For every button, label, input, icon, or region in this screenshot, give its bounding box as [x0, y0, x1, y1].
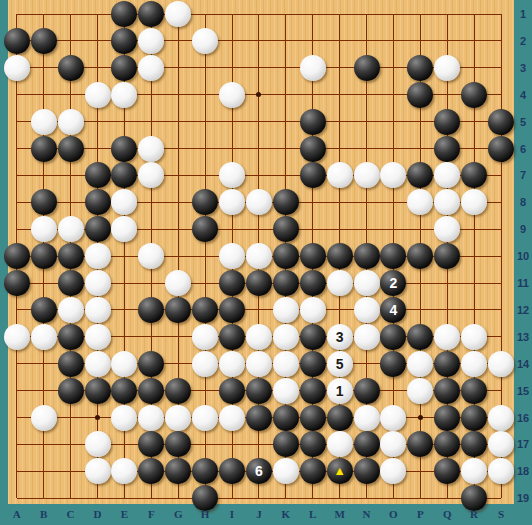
stone-K11 — [273, 270, 299, 296]
stone-Q6 — [434, 136, 460, 162]
stone-N16 — [354, 405, 380, 431]
stone-M16 — [327, 405, 353, 431]
stone-S16 — [488, 405, 514, 431]
stone-C11 — [58, 270, 84, 296]
row-label-15: 15 — [514, 385, 532, 397]
stone-K8 — [273, 189, 299, 215]
row-label-5: 5 — [514, 116, 532, 128]
row-label-7: 7 — [514, 169, 532, 181]
stone-B16 — [31, 405, 57, 431]
stone-L18 — [300, 458, 326, 484]
row-label-17: 17 — [514, 438, 532, 450]
column-label-K: K — [278, 508, 294, 520]
stone-J18: 6 — [246, 458, 272, 484]
stone-H16 — [192, 405, 218, 431]
stone-E6 — [111, 136, 137, 162]
stone-M10 — [327, 243, 353, 269]
stone-F2 — [138, 28, 164, 54]
row-label-12: 12 — [514, 304, 532, 316]
stone-D12 — [85, 297, 111, 323]
row-label-19: 19 — [514, 492, 532, 504]
stone-G1 — [165, 1, 191, 27]
stone-J16 — [246, 405, 272, 431]
row-label-13: 13 — [514, 331, 532, 343]
stone-P4 — [407, 82, 433, 108]
column-label-E: E — [116, 508, 132, 520]
column-label-J: J — [251, 508, 267, 520]
column-label-R: R — [466, 508, 482, 520]
stone-P15 — [407, 378, 433, 404]
stone-Q16 — [434, 405, 460, 431]
stone-I13 — [219, 324, 245, 350]
column-label-C: C — [63, 508, 79, 520]
column-label-L: L — [305, 508, 321, 520]
stone-I4 — [219, 82, 245, 108]
stone-J8 — [246, 189, 272, 215]
stone-C5 — [58, 109, 84, 135]
stone-S14 — [488, 351, 514, 377]
row-label-11: 11 — [514, 277, 532, 289]
stone-D17 — [85, 431, 111, 457]
stone-K10 — [273, 243, 299, 269]
stone-F6 — [138, 136, 164, 162]
stone-G15 — [165, 378, 191, 404]
stone-B2 — [31, 28, 57, 54]
stone-K14 — [273, 351, 299, 377]
stone-R16 — [461, 405, 487, 431]
stone-N3 — [354, 55, 380, 81]
stone-J10 — [246, 243, 272, 269]
stone-A3 — [4, 55, 30, 81]
move-number-6: 6 — [255, 464, 263, 478]
stone-B13 — [31, 324, 57, 350]
stone-F16 — [138, 405, 164, 431]
stone-K12 — [273, 297, 299, 323]
stone-E16 — [111, 405, 137, 431]
stone-Q14 — [434, 351, 460, 377]
stone-J11 — [246, 270, 272, 296]
column-label-N: N — [359, 508, 375, 520]
row-label-10: 10 — [514, 250, 532, 262]
stone-F14 — [138, 351, 164, 377]
stone-L6 — [300, 136, 326, 162]
stone-D13 — [85, 324, 111, 350]
stone-C12 — [58, 297, 84, 323]
stone-N10 — [354, 243, 380, 269]
stone-A13 — [4, 324, 30, 350]
stone-A2 — [4, 28, 30, 54]
stone-D18 — [85, 458, 111, 484]
stone-O14 — [380, 351, 406, 377]
stone-S6 — [488, 136, 514, 162]
stone-D7 — [85, 162, 111, 188]
stone-R4 — [461, 82, 487, 108]
column-label-G: G — [170, 508, 186, 520]
stone-I16 — [219, 405, 245, 431]
row-label-9: 9 — [514, 223, 532, 235]
stone-L15 — [300, 378, 326, 404]
stone-S5 — [488, 109, 514, 135]
row-label-14: 14 — [514, 358, 532, 370]
move-number-3: 3 — [336, 330, 344, 344]
stone-L12 — [300, 297, 326, 323]
stone-N13 — [354, 324, 380, 350]
stone-D10 — [85, 243, 111, 269]
stone-Q5 — [434, 109, 460, 135]
triangle-marker-icon: ▲ — [334, 465, 346, 477]
stone-J14 — [246, 351, 272, 377]
stone-I15 — [219, 378, 245, 404]
grid-line-horizontal — [17, 498, 501, 499]
stone-C9 — [58, 216, 84, 242]
stone-C14 — [58, 351, 84, 377]
stone-M13: 3 — [327, 324, 353, 350]
stone-C15 — [58, 378, 84, 404]
column-label-B: B — [36, 508, 52, 520]
stone-M14: 5 — [327, 351, 353, 377]
move-number-2: 2 — [389, 276, 397, 290]
stone-F15 — [138, 378, 164, 404]
column-label-P: P — [412, 508, 428, 520]
stone-L3 — [300, 55, 326, 81]
row-label-3: 3 — [514, 62, 532, 74]
column-label-I: I — [224, 508, 240, 520]
column-label-M: M — [332, 508, 348, 520]
stone-K17 — [273, 431, 299, 457]
stone-F12 — [138, 297, 164, 323]
stone-K13 — [273, 324, 299, 350]
row-label-6: 6 — [514, 143, 532, 155]
stone-H12 — [192, 297, 218, 323]
stone-I11 — [219, 270, 245, 296]
stone-B8 — [31, 189, 57, 215]
row-label-18: 18 — [514, 465, 532, 477]
stone-B10 — [31, 243, 57, 269]
stone-A11 — [4, 270, 30, 296]
stone-O16 — [380, 405, 406, 431]
stone-C6 — [58, 136, 84, 162]
stone-N7 — [354, 162, 380, 188]
stone-N11 — [354, 270, 380, 296]
stone-D11 — [85, 270, 111, 296]
stone-I14 — [219, 351, 245, 377]
stone-L16 — [300, 405, 326, 431]
stone-Q3 — [434, 55, 460, 81]
stone-D8 — [85, 189, 111, 215]
stone-Q13 — [434, 324, 460, 350]
stone-H13 — [192, 324, 218, 350]
stone-L10 — [300, 243, 326, 269]
stone-L5 — [300, 109, 326, 135]
move-number-5: 5 — [336, 357, 344, 371]
stone-L13 — [300, 324, 326, 350]
stone-B9 — [31, 216, 57, 242]
stone-P3 — [407, 55, 433, 81]
stone-K15 — [273, 378, 299, 404]
stone-I10 — [219, 243, 245, 269]
stone-M11 — [327, 270, 353, 296]
stone-C3 — [58, 55, 84, 81]
stone-P14 — [407, 351, 433, 377]
stone-B6 — [31, 136, 57, 162]
stone-R13 — [461, 324, 487, 350]
stone-L17 — [300, 431, 326, 457]
stone-M7 — [327, 162, 353, 188]
stone-D4 — [85, 82, 111, 108]
stone-Q15 — [434, 378, 460, 404]
column-label-D: D — [90, 508, 106, 520]
stone-L7 — [300, 162, 326, 188]
stone-M18: ▲ — [327, 458, 353, 484]
column-label-S: S — [493, 508, 509, 520]
stone-J13 — [246, 324, 272, 350]
stone-O13 — [380, 324, 406, 350]
stone-N12 — [354, 297, 380, 323]
stone-A10 — [4, 243, 30, 269]
column-label-Q: Q — [439, 508, 455, 520]
star-point-P16 — [418, 415, 423, 420]
column-label-O: O — [385, 508, 401, 520]
stone-N17 — [354, 431, 380, 457]
stone-D9 — [85, 216, 111, 242]
column-label-F: F — [143, 508, 159, 520]
stone-G16 — [165, 405, 191, 431]
row-label-2: 2 — [514, 35, 532, 47]
row-label-16: 16 — [514, 412, 532, 424]
stone-L14 — [300, 351, 326, 377]
stone-G11 — [165, 270, 191, 296]
stone-B5 — [31, 109, 57, 135]
stone-H14 — [192, 351, 218, 377]
stone-P13 — [407, 324, 433, 350]
stone-K9 — [273, 216, 299, 242]
stone-R14 — [461, 351, 487, 377]
stone-C10 — [58, 243, 84, 269]
stone-E3 — [111, 55, 137, 81]
row-label-8: 8 — [514, 196, 532, 208]
stone-K16 — [273, 405, 299, 431]
stone-H2 — [192, 28, 218, 54]
stone-E15 — [111, 378, 137, 404]
stone-I12 — [219, 297, 245, 323]
stone-C13 — [58, 324, 84, 350]
star-point-D16 — [95, 415, 100, 420]
move-number-4: 4 — [389, 303, 397, 317]
stone-G12 — [165, 297, 191, 323]
stone-E14 — [111, 351, 137, 377]
stone-K18 — [273, 458, 299, 484]
stone-E4 — [111, 82, 137, 108]
stone-L11 — [300, 270, 326, 296]
stone-M17 — [327, 431, 353, 457]
stone-F3 — [138, 55, 164, 81]
go-game-screenshot: 243516▲ ABCDEFGHIJKLMNOPQRS 123456789101… — [0, 0, 532, 525]
stone-N18 — [354, 458, 380, 484]
stone-N15 — [354, 378, 380, 404]
stone-R15 — [461, 378, 487, 404]
stone-B12 — [31, 297, 57, 323]
stone-D14 — [85, 351, 111, 377]
column-label-A: A — [9, 508, 25, 520]
stone-M15: 1 — [327, 378, 353, 404]
move-number-1: 1 — [336, 384, 344, 398]
stone-J15 — [246, 378, 272, 404]
row-label-4: 4 — [514, 89, 532, 101]
column-label-H: H — [197, 508, 213, 520]
stone-D15 — [85, 378, 111, 404]
row-label-1: 1 — [514, 8, 532, 20]
